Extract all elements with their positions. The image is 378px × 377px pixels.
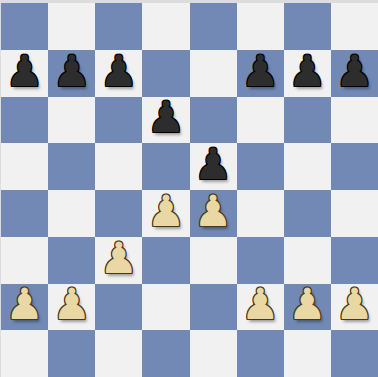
square-c1[interactable] <box>95 330 142 377</box>
square-b1[interactable] <box>48 330 95 377</box>
square-d7[interactable] <box>142 50 189 97</box>
square-b3[interactable] <box>48 237 95 284</box>
square-h2[interactable]: ♟ <box>331 284 378 331</box>
square-f6[interactable] <box>237 97 284 144</box>
square-a7[interactable]: ♟ <box>1 50 48 97</box>
square-e8[interactable] <box>190 3 237 50</box>
square-g7[interactable]: ♟ <box>284 50 331 97</box>
square-c7[interactable]: ♟ <box>95 50 142 97</box>
white-pawn[interactable]: ♟ <box>5 284 44 327</box>
white-pawn[interactable]: ♟ <box>194 190 233 233</box>
square-d8[interactable] <box>142 3 189 50</box>
black-pawn[interactable]: ♟ <box>194 143 233 186</box>
chess-app-window: ♟♟♟♟♟♟♟♟♟♟♟♟♟♟♟♟ <box>0 0 378 377</box>
square-e4[interactable]: ♟ <box>190 190 237 237</box>
square-g8[interactable] <box>284 3 331 50</box>
white-pawn[interactable]: ♟ <box>335 284 374 327</box>
square-f7[interactable]: ♟ <box>237 50 284 97</box>
black-pawn[interactable]: ♟ <box>5 50 44 93</box>
white-pawn[interactable]: ♟ <box>52 284 91 327</box>
white-pawn[interactable]: ♟ <box>288 284 327 327</box>
chess-board: ♟♟♟♟♟♟♟♟♟♟♟♟♟♟♟♟ <box>1 3 378 377</box>
square-a4[interactable] <box>1 190 48 237</box>
square-a5[interactable] <box>1 143 48 190</box>
white-pawn[interactable]: ♟ <box>100 237 139 280</box>
square-f1[interactable] <box>237 330 284 377</box>
square-f3[interactable] <box>237 237 284 284</box>
square-c8[interactable] <box>95 3 142 50</box>
black-pawn[interactable]: ♟ <box>241 50 280 93</box>
square-e2[interactable] <box>190 284 237 331</box>
square-e5[interactable]: ♟ <box>190 143 237 190</box>
square-h5[interactable] <box>331 143 378 190</box>
square-h7[interactable]: ♟ <box>331 50 378 97</box>
square-e3[interactable] <box>190 237 237 284</box>
square-a8[interactable] <box>1 3 48 50</box>
square-b7[interactable]: ♟ <box>48 50 95 97</box>
square-f2[interactable]: ♟ <box>237 284 284 331</box>
square-d2[interactable] <box>142 284 189 331</box>
square-a1[interactable] <box>1 330 48 377</box>
square-g5[interactable] <box>284 143 331 190</box>
square-c5[interactable] <box>95 143 142 190</box>
square-d6[interactable]: ♟ <box>142 97 189 144</box>
square-c2[interactable] <box>95 284 142 331</box>
square-d1[interactable] <box>142 330 189 377</box>
square-f8[interactable] <box>237 3 284 50</box>
black-pawn[interactable]: ♟ <box>335 50 374 93</box>
black-pawn[interactable]: ♟ <box>52 50 91 93</box>
square-f5[interactable] <box>237 143 284 190</box>
square-g1[interactable] <box>284 330 331 377</box>
square-h6[interactable] <box>331 97 378 144</box>
square-h1[interactable] <box>331 330 378 377</box>
black-pawn[interactable]: ♟ <box>147 97 186 140</box>
black-pawn[interactable]: ♟ <box>288 50 327 93</box>
square-c4[interactable] <box>95 190 142 237</box>
square-h4[interactable] <box>331 190 378 237</box>
square-h3[interactable] <box>331 237 378 284</box>
square-c6[interactable] <box>95 97 142 144</box>
square-e7[interactable] <box>190 50 237 97</box>
square-d4[interactable]: ♟ <box>142 190 189 237</box>
square-b4[interactable] <box>48 190 95 237</box>
square-a2[interactable]: ♟ <box>1 284 48 331</box>
square-d3[interactable] <box>142 237 189 284</box>
square-g4[interactable] <box>284 190 331 237</box>
square-e1[interactable] <box>190 330 237 377</box>
square-e6[interactable] <box>190 97 237 144</box>
square-b2[interactable]: ♟ <box>48 284 95 331</box>
white-pawn[interactable]: ♟ <box>147 190 186 233</box>
square-f4[interactable] <box>237 190 284 237</box>
square-g6[interactable] <box>284 97 331 144</box>
square-g3[interactable] <box>284 237 331 284</box>
square-a3[interactable] <box>1 237 48 284</box>
square-b6[interactable] <box>48 97 95 144</box>
white-pawn[interactable]: ♟ <box>241 284 280 327</box>
square-c3[interactable]: ♟ <box>95 237 142 284</box>
black-pawn[interactable]: ♟ <box>100 50 139 93</box>
square-d5[interactable] <box>142 143 189 190</box>
square-b8[interactable] <box>48 3 95 50</box>
square-b5[interactable] <box>48 143 95 190</box>
square-h8[interactable] <box>331 3 378 50</box>
square-g2[interactable]: ♟ <box>284 284 331 331</box>
square-a6[interactable] <box>1 97 48 144</box>
